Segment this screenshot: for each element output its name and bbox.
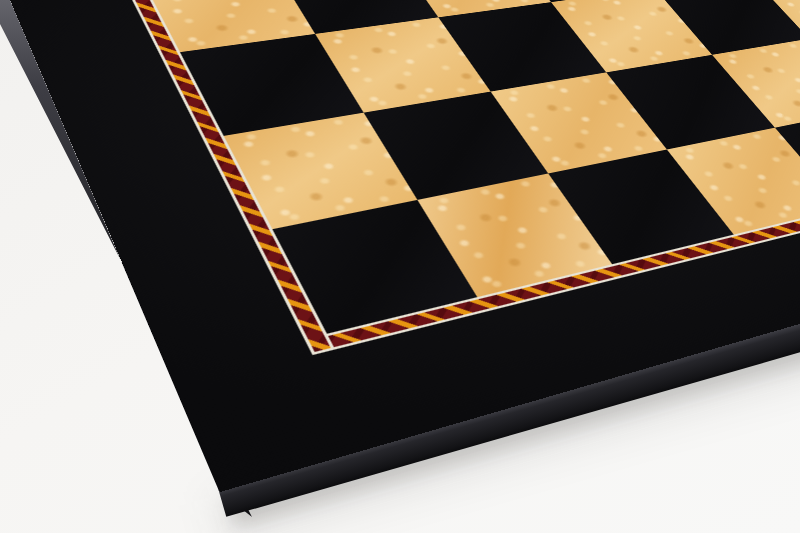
- photo-scene: [0, 0, 800, 533]
- board-squares: [15, 0, 800, 334]
